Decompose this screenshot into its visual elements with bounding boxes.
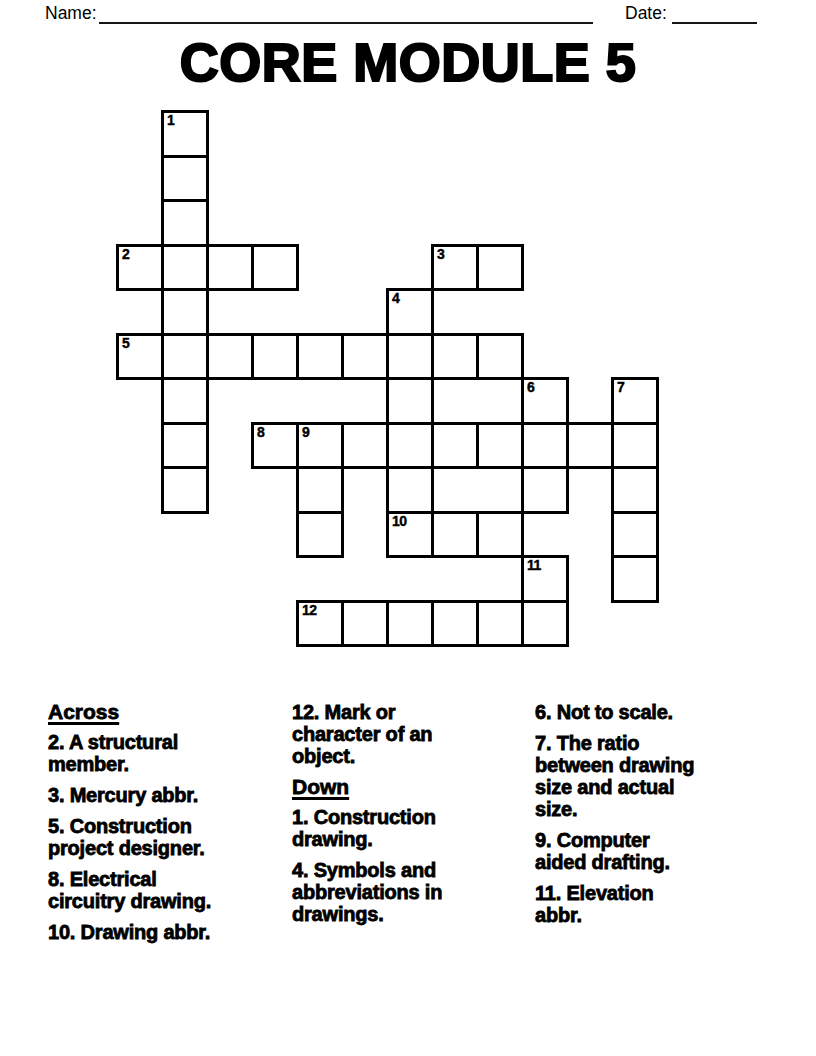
clue-down-1: 1. Construction drawing. [292, 806, 530, 850]
clue-across-3: 3. Mercury abbr. [48, 784, 290, 806]
crossword-cell[interactable] [386, 377, 434, 425]
clues-column-1: Across2. A structural member.3. Mercury … [48, 701, 290, 952]
crossword-cell[interactable]: 1 [161, 110, 209, 158]
crossword-cell[interactable]: 3 [431, 244, 479, 292]
crossword-cell[interactable] [161, 333, 209, 381]
crossword-cell[interactable]: 12 [296, 600, 344, 648]
crossword-cell[interactable] [521, 466, 569, 514]
crossword-grid: 123456789101112 [116, 110, 659, 647]
clues-column-3: 6. Not to scale.7. The ratio between dra… [535, 701, 767, 935]
crossword-cell[interactable] [431, 466, 524, 514]
clue-number: 6 [527, 380, 534, 395]
crossword-cell[interactable] [161, 199, 209, 247]
crossword-cell[interactable] [296, 466, 344, 514]
crossword-cell[interactable] [161, 155, 209, 203]
crossword-cell[interactable] [431, 422, 479, 470]
crossword-cell[interactable] [386, 422, 434, 470]
crossword-cell[interactable] [251, 244, 299, 292]
crossword-cell[interactable] [341, 600, 389, 648]
clues-heading-across: Across [48, 701, 290, 723]
crossword-cell[interactable] [611, 466, 659, 514]
crossword-cell[interactable] [341, 333, 389, 381]
crossword-cell[interactable]: 4 [386, 288, 434, 336]
crossword-cell[interactable] [521, 422, 569, 470]
crossword-cell[interactable] [161, 244, 209, 292]
crossword-cell[interactable]: 7 [611, 377, 659, 425]
crossword-cell[interactable]: 8 [251, 422, 299, 470]
clue-down-4: 4. Symbols and abbreviations in drawings… [292, 859, 530, 925]
clue-number: 9 [302, 425, 309, 440]
crossword-cell[interactable] [566, 422, 614, 470]
crossword-cell[interactable] [251, 333, 299, 381]
clues-heading-down: Down [292, 776, 530, 798]
crossword-cell[interactable] [161, 288, 209, 336]
clue-number: 7 [617, 380, 624, 395]
crossword-cell[interactable] [476, 511, 524, 559]
name-label: Name: [45, 3, 97, 23]
date-label: Date: [625, 3, 667, 23]
clue-number: 5 [122, 336, 129, 351]
clue-number: 1 [167, 113, 174, 128]
crossword-cell[interactable]: 9 [296, 422, 344, 470]
crossword-cell[interactable] [386, 600, 434, 648]
name-field[interactable] [99, 4, 593, 24]
crossword-cell[interactable] [521, 600, 569, 648]
clue-across-8: 8. Electrical circuitry drawing. [48, 868, 290, 912]
crossword-cell[interactable] [161, 377, 209, 425]
clue-number: 4 [392, 291, 399, 306]
page-title: CORE MODULE 5 [0, 33, 816, 91]
crossword-cell[interactable] [431, 511, 479, 559]
crossword-cell[interactable] [611, 511, 659, 559]
clue-down-6: 6. Not to scale. [535, 701, 767, 723]
crossword-cell[interactable] [161, 466, 209, 514]
clue-down-7: 7. The ratio between drawing size and ac… [535, 732, 767, 820]
date-field[interactable] [672, 4, 757, 24]
crossword-cell[interactable] [206, 333, 254, 381]
clue-across-5: 5. Construction project designer. [48, 815, 290, 859]
clue-number: 11 [527, 558, 541, 573]
crossword-cell[interactable] [341, 422, 389, 470]
crossword-cell[interactable]: 5 [116, 333, 164, 381]
crossword-cell[interactable] [161, 422, 209, 470]
crossword-cell[interactable] [611, 555, 659, 603]
clues-column-2: 12. Mark or character of an object.Down1… [292, 701, 530, 934]
clue-across-12: 12. Mark or character of an object. [292, 701, 530, 767]
crossword-cell[interactable] [611, 422, 659, 470]
crossword-cell[interactable]: 2 [116, 244, 164, 292]
crossword-cell[interactable] [476, 244, 524, 292]
clue-number: 12 [302, 603, 317, 618]
crossword-cell[interactable] [476, 333, 524, 381]
crossword-cell[interactable] [296, 333, 344, 381]
clue-across-10: 10. Drawing abbr. [48, 921, 290, 943]
crossword-cell[interactable] [476, 422, 524, 470]
crossword-cell[interactable]: 11 [521, 555, 569, 603]
crossword-cell[interactable] [386, 466, 434, 514]
clue-number: 2 [122, 247, 129, 262]
clue-number: 3 [437, 247, 444, 262]
clue-number: 10 [392, 514, 407, 529]
crossword-cell[interactable] [386, 333, 434, 381]
crossword-cell[interactable]: 10 [386, 511, 434, 559]
crossword-cell[interactable] [431, 600, 479, 648]
crossword-cell[interactable] [296, 511, 344, 559]
crossword-cell[interactable] [431, 377, 524, 425]
clue-number: 8 [257, 425, 264, 440]
worksheet-page: Name: Date: CORE MODULE 5 12345678910111… [0, 0, 816, 1056]
clue-down-11: 11. Elevation abbr. [535, 882, 767, 926]
clue-down-9: 9. Computer aided drafting. [535, 829, 767, 873]
crossword-cell[interactable]: 6 [521, 377, 569, 425]
crossword-cell[interactable] [206, 244, 254, 292]
crossword-cell[interactable] [431, 333, 479, 381]
clue-across-2: 2. A structural member. [48, 731, 290, 775]
crossword-cell[interactable] [476, 600, 524, 648]
